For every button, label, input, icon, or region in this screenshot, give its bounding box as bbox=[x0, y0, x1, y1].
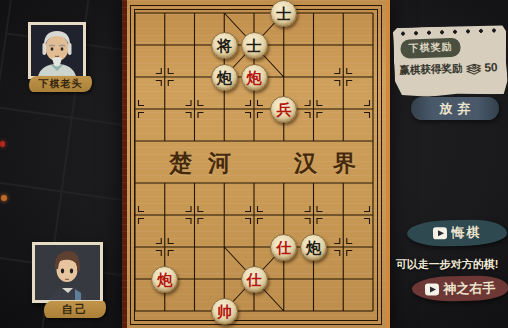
perforation-dots bbox=[397, 27, 502, 38]
piece-red-帅[interactable]: 帅 bbox=[211, 298, 238, 325]
video-play-icon bbox=[432, 227, 446, 239]
banknote-stack-icon bbox=[465, 61, 482, 75]
piece-glyph: 士 bbox=[276, 6, 291, 21]
piece-glyph: 炮 bbox=[247, 70, 262, 85]
reward-text: 赢棋获得奖励 bbox=[399, 62, 462, 78]
self-name-label: 自己 bbox=[44, 301, 106, 318]
piece-glyph: 仕 bbox=[247, 272, 262, 287]
piece-black-炮[interactable]: 炮 bbox=[300, 234, 327, 261]
piece-black-士[interactable]: 士 bbox=[270, 0, 297, 27]
give-up-label: 放弃 bbox=[435, 100, 476, 118]
river-label-han-jie: 汉界 bbox=[294, 148, 372, 178]
piece-red-兵[interactable]: 兵 bbox=[270, 96, 297, 123]
river-label-chu-he: 楚河 bbox=[169, 148, 247, 178]
old-man-portrait-icon bbox=[31, 25, 83, 76]
reward-amount: 50 bbox=[484, 60, 498, 74]
self-avatar bbox=[32, 242, 103, 303]
piece-glyph: 炮 bbox=[217, 70, 232, 85]
god-hand-hint-text: 可以走一步对方的棋! bbox=[386, 257, 508, 272]
young-man-portrait-icon bbox=[35, 245, 100, 300]
piece-glyph: 将 bbox=[217, 38, 232, 53]
piece-red-仕[interactable]: 仕 bbox=[270, 234, 297, 261]
opponent-avatar bbox=[28, 22, 86, 79]
reward-note: 下棋奖励 赢棋获得奖励 50 bbox=[393, 24, 508, 98]
piece-red-炮[interactable]: 炮 bbox=[241, 64, 268, 91]
piece-red-仕[interactable]: 仕 bbox=[241, 266, 268, 293]
video-play-icon bbox=[424, 283, 438, 295]
piece-black-士[interactable]: 士 bbox=[241, 32, 268, 59]
piece-black-炮[interactable]: 炮 bbox=[211, 64, 238, 91]
give-up-button[interactable]: 放弃 bbox=[411, 97, 499, 120]
piece-black-将[interactable]: 将 bbox=[211, 32, 238, 59]
piece-glyph: 炮 bbox=[306, 240, 321, 255]
piece-glyph: 士 bbox=[247, 38, 262, 53]
piece-glyph: 帅 bbox=[217, 304, 232, 319]
piece-glyph: 仕 bbox=[276, 240, 291, 255]
opponent-name-label: 下棋老头 bbox=[29, 76, 92, 92]
red-ember-dot bbox=[0, 141, 5, 147]
piece-red-炮[interactable]: 炮 bbox=[151, 266, 178, 293]
piece-glyph: 炮 bbox=[157, 272, 172, 287]
xiangqi-board[interactable]: 楚河 汉界 士将士炮炮兵仕炮炮仕帅 bbox=[122, 0, 390, 328]
god-hand-button[interactable]: 神之右手 bbox=[412, 275, 508, 302]
undo-label: 悔棋 bbox=[451, 224, 481, 243]
reward-badge: 下棋奖励 bbox=[400, 38, 461, 59]
orange-ember-dot bbox=[1, 195, 7, 201]
piece-glyph: 兵 bbox=[276, 102, 291, 117]
god-hand-label: 神之右手 bbox=[443, 279, 495, 298]
